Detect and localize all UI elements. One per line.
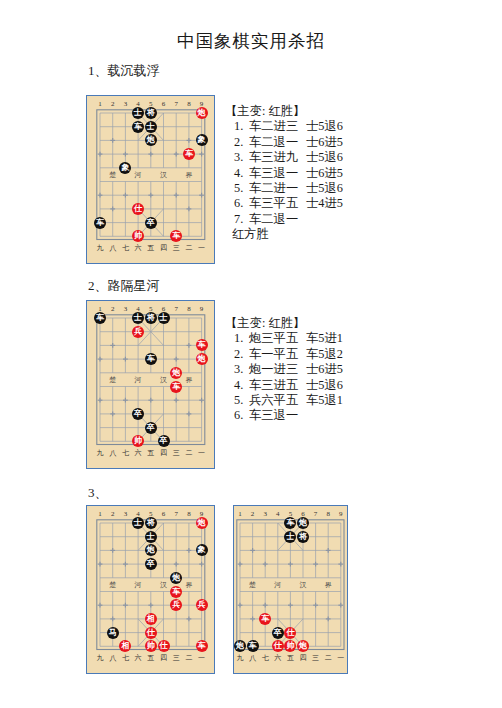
red-move: 兵六平五 (249, 393, 306, 408)
black-move: 士5退6 (306, 181, 343, 196)
xiangqi-board-3-right: 123456789九八七六五四三二一楚河汉界车炮士将车卒仕炮车仕帅炮 (233, 505, 348, 674)
red-move: 车一平五 (249, 347, 306, 362)
move-number: 5. (234, 181, 249, 196)
piece-black-chariot: 车 (145, 353, 157, 365)
river-label: 河 (133, 581, 143, 589)
move-number: 2. (234, 135, 249, 150)
river-label: 界 (184, 581, 194, 589)
piece-red-advisor: 仕 (145, 627, 157, 639)
file-label-bottom: 一 (195, 654, 209, 662)
xiangqi-board-3-left: 123456789九八七六五四三二一楚河汉界士将炮士炮象卒炮车兵兵相马仕相帅仕车 (86, 505, 215, 674)
move-row: 4.车三进五士5退6 (225, 378, 395, 393)
red-move: 车二进一 (249, 181, 306, 196)
section-heading-3: 3、 (88, 484, 108, 502)
xiangqi-board-2: 123456789九八七六五四三二一楚河汉界车士将士兵车车炮炮车卒卒帅卒 (86, 300, 215, 469)
move-number: 3. (234, 362, 249, 377)
file-label-bottom: 一 (334, 654, 348, 662)
move-number: 3. (234, 150, 249, 165)
river-label: 界 (184, 171, 194, 179)
file-label-top: 9 (195, 305, 209, 313)
river-label: 河 (133, 171, 143, 179)
river-label: 楚 (108, 581, 118, 589)
piece-black-chariot: 车 (94, 312, 106, 324)
red-move: 车三进九 (249, 150, 306, 165)
black-move: 士6进5 (306, 166, 343, 181)
piece-black-general: 将 (145, 312, 157, 324)
move-row: 7.车二退一 (225, 212, 395, 227)
piece-red-cannon: 炮 (196, 517, 208, 529)
move-row: 4.车三退一士6进5 (225, 166, 395, 181)
move-number: 6. (234, 196, 249, 211)
piece-red-general: 帅 (145, 640, 157, 652)
piece-red-cannon: 炮 (196, 353, 208, 365)
river-label: 楚 (108, 376, 118, 384)
move-number: 4. (234, 166, 249, 181)
river-label: 河 (273, 581, 283, 589)
move-number: 1. (234, 119, 249, 134)
xiangqi-board-1: 123456789九八七六五四三二一楚河汉界士将炮车士炮象车象仕车卒帅车 (86, 95, 215, 264)
piece-black-advisor: 士 (158, 312, 170, 324)
red-move: 车二进三 (249, 119, 306, 134)
piece-red-chariot: 车 (170, 381, 182, 393)
piece-red-advisor: 仕 (284, 627, 296, 639)
piece-black-chariot: 车 (247, 640, 259, 652)
piece-black-cannon: 炮 (297, 517, 309, 529)
piece-red-soldier: 兵 (196, 599, 208, 611)
document-title: 中国象棋实用杀招 (0, 29, 502, 53)
black-move: 士5退6 (306, 150, 343, 165)
move-row: 6.车三平五士4进5 (225, 196, 395, 211)
red-move: 炮三平五 (249, 331, 306, 346)
move-row: 2.车一平五车5退2 (225, 347, 395, 362)
move-number: 2. (234, 347, 249, 362)
move-list-2: 【主变: 红胜】1.炮三平五车5进12.车一平五车5退23.炮一进三士6进54.… (225, 316, 395, 424)
piece-black-advisor: 士 (145, 531, 157, 543)
black-move: 车5退1 (306, 393, 343, 408)
move-number: 6. (234, 408, 249, 423)
red-move: 车三退一 (249, 166, 306, 181)
piece-black-cannon: 炮 (170, 572, 182, 584)
red-move: 车三平五 (249, 196, 306, 211)
black-move: 士6进5 (306, 135, 343, 150)
move-row: 3.车三进九士5退6 (225, 150, 395, 165)
move-number: 1. (234, 331, 249, 346)
red-move: 车二退一 (249, 212, 306, 227)
file-label-bottom: 一 (195, 244, 209, 252)
piece-black-soldier: 卒 (145, 217, 157, 229)
piece-red-advisor: 仕 (272, 640, 284, 652)
section-heading-2: 2、路隔星河 (88, 277, 160, 295)
move-list-1: 【主变: 红胜】1.车二进三士5退62.车二退一士6进53.车三进九士5退64.… (225, 104, 395, 243)
red-move: 车三进五 (249, 378, 306, 393)
piece-black-soldier: 卒 (132, 408, 144, 420)
move-row: 6.车三退一 (225, 408, 395, 423)
move-row: 5.兵六平五车5退1 (225, 393, 395, 408)
red-move: 车三退一 (249, 408, 306, 423)
move-row: 1.车二进三士5退6 (225, 119, 395, 134)
move-row: 1.炮三平五车5进1 (225, 331, 395, 346)
move-number: 7. (234, 212, 249, 227)
river-label: 河 (133, 376, 143, 384)
piece-black-soldier: 卒 (145, 422, 157, 434)
black-move: 士6进5 (306, 362, 343, 377)
file-label-top: 9 (334, 510, 348, 518)
result-text: 红方胜 (225, 227, 395, 242)
piece-red-soldier: 兵 (132, 326, 144, 338)
red-move: 炮一进三 (249, 362, 306, 377)
piece-red-elephant: 相 (145, 613, 157, 625)
river-label: 汉 (159, 376, 169, 384)
red-move: 车二退一 (249, 135, 306, 150)
piece-black-elephant: 象 (196, 134, 208, 146)
piece-black-advisor: 士 (132, 517, 144, 529)
variation-header: 【主变: 红胜】 (225, 104, 395, 119)
black-move: 士4进5 (306, 196, 343, 211)
piece-black-general: 将 (297, 531, 309, 543)
piece-black-advisor: 士 (132, 107, 144, 119)
piece-red-cannon: 炮 (170, 367, 182, 379)
piece-black-horse: 马 (107, 627, 119, 639)
file-label-bottom: 一 (195, 449, 209, 457)
river-label: 汉 (159, 171, 169, 179)
piece-black-general: 将 (145, 517, 157, 529)
piece-red-advisor: 仕 (158, 640, 170, 652)
piece-black-advisor: 士 (284, 531, 296, 543)
piece-red-chariot: 车 (259, 613, 271, 625)
move-row: 5.车二进一士5退6 (225, 181, 395, 196)
section-heading-1: 1、载沉载浮 (88, 62, 160, 80)
river-label: 楚 (108, 171, 118, 179)
piece-red-advisor: 仕 (132, 203, 144, 215)
move-number: 5. (234, 393, 249, 408)
river-label: 楚 (248, 581, 258, 589)
piece-red-chariot: 车 (196, 339, 208, 351)
river-label: 界 (323, 581, 333, 589)
piece-red-chariot: 车 (170, 586, 182, 598)
piece-black-chariot: 车 (94, 217, 106, 229)
river-label: 汉 (298, 581, 308, 589)
piece-black-soldier: 卒 (158, 435, 170, 447)
piece-black-general: 将 (145, 107, 157, 119)
black-move: 车5进1 (306, 331, 343, 346)
piece-red-cannon: 炮 (196, 107, 208, 119)
move-row: 3.炮一进三士6进5 (225, 362, 395, 377)
black-move: 士5退6 (306, 119, 343, 134)
piece-black-soldier: 卒 (145, 558, 157, 570)
move-number: 4. (234, 378, 249, 393)
piece-red-chariot: 车 (183, 148, 195, 160)
piece-black-advisor: 士 (132, 312, 144, 324)
piece-black-soldier: 卒 (272, 627, 284, 639)
river-label: 界 (184, 376, 194, 384)
river-label: 汉 (159, 581, 169, 589)
variation-header: 【主变: 红胜】 (225, 316, 395, 331)
document-page: 中国象棋实用杀招 1、载沉载浮 123456789九八七六五四三二一楚河汉界士将… (0, 0, 502, 708)
black-move: 士5退6 (306, 378, 343, 393)
piece-black-elephant: 象 (196, 544, 208, 556)
piece-red-chariot: 车 (196, 640, 208, 652)
piece-black-chariot: 车 (132, 121, 144, 133)
black-move: 车5退2 (306, 347, 343, 362)
move-row: 2.车二退一士6进5 (225, 135, 395, 150)
piece-black-advisor: 士 (145, 121, 157, 133)
